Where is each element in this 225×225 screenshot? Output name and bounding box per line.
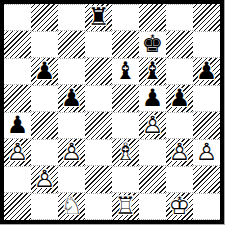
- square-c1[interactable]: ♞♘: [58, 193, 85, 220]
- square-b3[interactable]: [31, 139, 58, 166]
- square-g6[interactable]: [166, 58, 193, 85]
- square-h8[interactable]: [193, 4, 220, 31]
- square-e5[interactable]: [112, 85, 139, 112]
- square-g4[interactable]: [166, 112, 193, 139]
- square-c5[interactable]: ♟: [58, 85, 85, 112]
- square-a2[interactable]: [4, 166, 31, 193]
- pawn-glyph: ♙: [142, 112, 164, 139]
- square-f3[interactable]: [139, 139, 166, 166]
- square-d5[interactable]: [85, 85, 112, 112]
- white-pawn-icon[interactable]: ♟♙: [58, 139, 85, 166]
- square-b7[interactable]: [31, 31, 58, 58]
- black-pawn-icon[interactable]: ♟: [31, 58, 58, 85]
- square-f8[interactable]: [139, 4, 166, 31]
- square-c3[interactable]: ♟♙: [58, 139, 85, 166]
- square-a3[interactable]: ♟♙: [4, 139, 31, 166]
- square-b2[interactable]: ♟♙: [31, 166, 58, 193]
- white-knight-icon[interactable]: ♞♘: [58, 193, 85, 220]
- pawn-glyph: ♟: [7, 112, 29, 139]
- square-h5[interactable]: [193, 85, 220, 112]
- black-king-icon[interactable]: ♚: [139, 31, 166, 58]
- black-pawn-icon[interactable]: ♟: [58, 85, 85, 112]
- square-f5[interactable]: ♟: [139, 85, 166, 112]
- chess-diagram: ♜♚♟♝♝♟♟♟♟♟♟♙♟♙♟♙♝♗♟♙♟♙♟♙♞♘♜♖♚♔: [0, 0, 225, 225]
- square-h3[interactable]: ♟♙: [193, 139, 220, 166]
- square-e8[interactable]: [112, 4, 139, 31]
- white-pawn-icon[interactable]: ♟♙: [31, 166, 58, 193]
- chess-board-frame: ♜♚♟♝♝♟♟♟♟♟♟♙♟♙♟♙♝♗♟♙♟♙♟♙♞♘♜♖♚♔: [0, 0, 225, 225]
- square-a7[interactable]: [4, 31, 31, 58]
- white-king-icon[interactable]: ♚♔: [166, 193, 193, 220]
- bishop-glyph: ♝: [142, 58, 164, 85]
- knight-glyph: ♘: [61, 193, 83, 220]
- pawn-glyph: ♙: [61, 139, 83, 166]
- square-e2[interactable]: [112, 166, 139, 193]
- square-h6[interactable]: ♟: [193, 58, 220, 85]
- square-d8[interactable]: ♜: [85, 4, 112, 31]
- square-g3[interactable]: ♟♙: [166, 139, 193, 166]
- square-e7[interactable]: [112, 31, 139, 58]
- square-b1[interactable]: [31, 193, 58, 220]
- square-f7[interactable]: ♚: [139, 31, 166, 58]
- pawn-glyph: ♟: [142, 85, 164, 112]
- pawn-glyph: ♙: [169, 139, 191, 166]
- square-e6[interactable]: ♝: [112, 58, 139, 85]
- square-c7[interactable]: [58, 31, 85, 58]
- white-pawn-icon[interactable]: ♟♙: [166, 139, 193, 166]
- square-c4[interactable]: [58, 112, 85, 139]
- square-d3[interactable]: [85, 139, 112, 166]
- rook-glyph: ♖: [115, 193, 137, 220]
- square-e1[interactable]: ♜♖: [112, 193, 139, 220]
- pawn-glyph: ♙: [7, 139, 29, 166]
- chess-board[interactable]: ♜♚♟♝♝♟♟♟♟♟♟♙♟♙♟♙♝♗♟♙♟♙♟♙♞♘♜♖♚♔: [4, 4, 220, 220]
- pawn-glyph: ♙: [196, 139, 218, 166]
- square-c2[interactable]: [58, 166, 85, 193]
- square-f6[interactable]: ♝: [139, 58, 166, 85]
- square-a4[interactable]: ♟: [4, 112, 31, 139]
- square-h1[interactable]: [193, 193, 220, 220]
- king-glyph: ♚: [142, 31, 164, 58]
- white-pawn-icon[interactable]: ♟♙: [139, 112, 166, 139]
- white-pawn-icon[interactable]: ♟♙: [4, 139, 31, 166]
- square-c6[interactable]: [58, 58, 85, 85]
- square-d4[interactable]: [85, 112, 112, 139]
- square-a6[interactable]: [4, 58, 31, 85]
- pawn-glyph: ♟: [169, 85, 191, 112]
- square-b5[interactable]: [31, 85, 58, 112]
- pawn-glyph: ♟: [61, 85, 83, 112]
- white-rook-icon[interactable]: ♜♖: [112, 193, 139, 220]
- black-pawn-icon[interactable]: ♟: [166, 85, 193, 112]
- square-h4[interactable]: [193, 112, 220, 139]
- square-a1[interactable]: [4, 193, 31, 220]
- king-glyph: ♔: [169, 193, 191, 220]
- square-c8[interactable]: [58, 4, 85, 31]
- square-g1[interactable]: ♚♔: [166, 193, 193, 220]
- square-b8[interactable]: [31, 4, 58, 31]
- square-b4[interactable]: [31, 112, 58, 139]
- black-pawn-icon[interactable]: ♟: [193, 58, 220, 85]
- bishop-glyph: ♝: [115, 58, 137, 85]
- pawn-glyph: ♙: [34, 166, 56, 193]
- square-b6[interactable]: ♟: [31, 58, 58, 85]
- square-h7[interactable]: [193, 31, 220, 58]
- square-a5[interactable]: [4, 85, 31, 112]
- square-f2[interactable]: [139, 166, 166, 193]
- rook-glyph: ♜: [88, 4, 110, 31]
- white-pawn-icon[interactable]: ♟♙: [193, 139, 220, 166]
- square-g7[interactable]: [166, 31, 193, 58]
- square-g2[interactable]: [166, 166, 193, 193]
- square-d6[interactable]: [85, 58, 112, 85]
- square-d7[interactable]: [85, 31, 112, 58]
- square-d1[interactable]: [85, 193, 112, 220]
- black-bishop-icon[interactable]: ♝: [139, 58, 166, 85]
- square-e3[interactable]: ♝♗: [112, 139, 139, 166]
- square-g5[interactable]: ♟: [166, 85, 193, 112]
- pawn-glyph: ♟: [34, 58, 56, 85]
- square-d2[interactable]: [85, 166, 112, 193]
- black-bishop-icon[interactable]: ♝: [112, 58, 139, 85]
- white-bishop-icon[interactable]: ♝♗: [112, 139, 139, 166]
- square-a8[interactable]: [4, 4, 31, 31]
- pawn-glyph: ♟: [196, 58, 218, 85]
- square-h2[interactable]: [193, 166, 220, 193]
- black-pawn-icon[interactable]: ♟: [4, 112, 31, 139]
- square-e4[interactable]: [112, 112, 139, 139]
- square-f1[interactable]: [139, 193, 166, 220]
- square-f4[interactable]: ♟♙: [139, 112, 166, 139]
- bishop-glyph: ♗: [115, 139, 137, 166]
- black-rook-icon[interactable]: ♜: [85, 4, 112, 31]
- square-g8[interactable]: [166, 4, 193, 31]
- black-pawn-icon[interactable]: ♟: [139, 85, 166, 112]
